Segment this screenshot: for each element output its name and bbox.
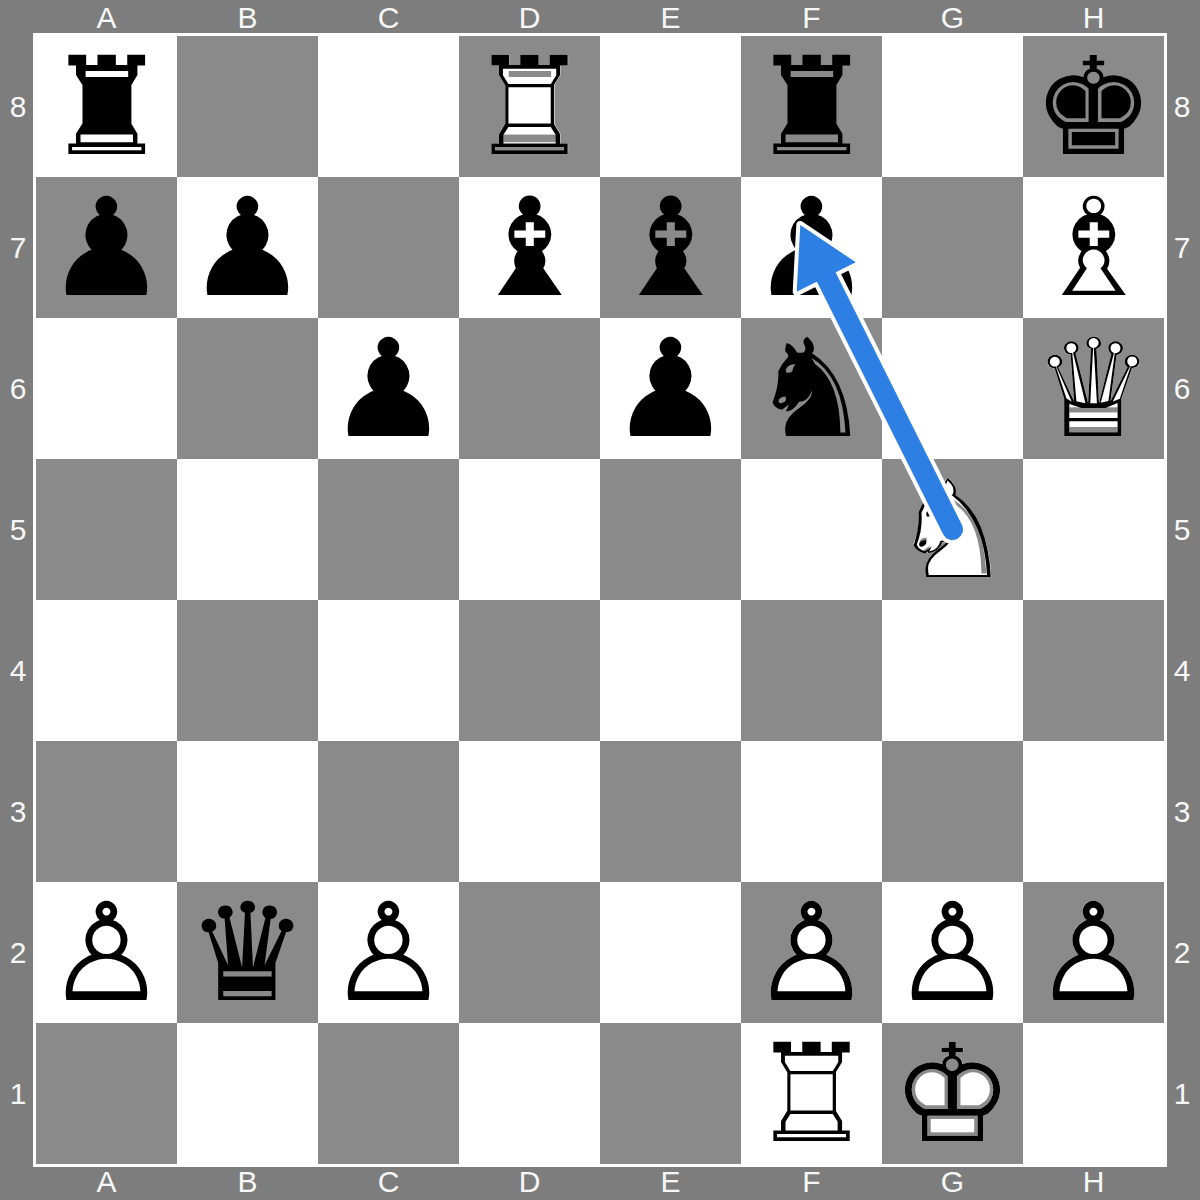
square-b2[interactable]: ♛ <box>177 882 318 1023</box>
pawn-outline-glyph: ♙ <box>46 885 168 1021</box>
square-f6[interactable]: ♞ <box>741 318 882 459</box>
square-c3[interactable] <box>318 741 459 882</box>
square-h3[interactable] <box>1023 741 1164 882</box>
file-label: D <box>459 1164 600 1200</box>
pawn-glyph: ♟ <box>610 321 732 457</box>
rank-label: 7 <box>1164 177 1200 318</box>
pawn-outline-glyph: ♙ <box>751 885 873 1021</box>
chess-board: ♜♜♖♜♚♟♟♝♝♟♝♗♟♟♞♛♕♞♘♟♙♛♟♙♟♙♟♙♟♙♜♖♚♔ <box>36 36 1164 1164</box>
file-label: B <box>177 1164 318 1200</box>
file-label: C <box>318 1164 459 1200</box>
pawn-glyph: ♟ <box>751 180 873 316</box>
square-d5[interactable] <box>459 459 600 600</box>
black-pawn[interactable]: ♟ <box>36 177 177 318</box>
white-pawn[interactable]: ♟♙ <box>882 882 1023 1023</box>
black-queen[interactable]: ♛ <box>177 882 318 1023</box>
square-e6[interactable]: ♟ <box>600 318 741 459</box>
square-g1[interactable]: ♚♔ <box>882 1023 1023 1164</box>
file-label: A <box>36 1164 177 1200</box>
square-g3[interactable] <box>882 741 1023 882</box>
square-c1[interactable] <box>318 1023 459 1164</box>
square-d7[interactable]: ♝ <box>459 177 600 318</box>
square-f5[interactable] <box>741 459 882 600</box>
square-b3[interactable] <box>177 741 318 882</box>
king-glyph: ♚ <box>1033 39 1155 175</box>
square-f1[interactable]: ♜♖ <box>741 1023 882 1164</box>
square-g6[interactable] <box>882 318 1023 459</box>
rank-label: 1 <box>0 1023 36 1164</box>
black-rook[interactable]: ♜ <box>741 36 882 177</box>
pawn-outline-glyph: ♙ <box>892 885 1014 1021</box>
queen-outline-glyph: ♕ <box>1033 321 1155 457</box>
black-knight[interactable]: ♞ <box>741 318 882 459</box>
white-rook[interactable]: ♜♖ <box>459 36 600 177</box>
square-e2[interactable] <box>600 882 741 1023</box>
square-f7[interactable]: ♟ <box>741 177 882 318</box>
rank-label: 4 <box>1164 600 1200 741</box>
white-rook[interactable]: ♜♖ <box>741 1023 882 1164</box>
black-king[interactable]: ♚ <box>1023 36 1164 177</box>
square-d1[interactable] <box>459 1023 600 1164</box>
square-a5[interactable] <box>36 459 177 600</box>
square-b7[interactable]: ♟ <box>177 177 318 318</box>
square-g8[interactable] <box>882 36 1023 177</box>
square-d3[interactable] <box>459 741 600 882</box>
square-h1[interactable] <box>1023 1023 1164 1164</box>
square-g5[interactable]: ♞♘ <box>882 459 1023 600</box>
square-f8[interactable]: ♜ <box>741 36 882 177</box>
square-h8[interactable]: ♚ <box>1023 36 1164 177</box>
rank-label: 2 <box>1164 882 1200 1023</box>
square-b1[interactable] <box>177 1023 318 1164</box>
pawn-outline-glyph: ♙ <box>328 885 450 1021</box>
rank-label: 8 <box>0 36 36 177</box>
square-c2[interactable]: ♟♙ <box>318 882 459 1023</box>
black-bishop[interactable]: ♝ <box>459 177 600 318</box>
rank-label: 8 <box>1164 36 1200 177</box>
pawn-glyph: ♟ <box>328 321 450 457</box>
pawn-glyph: ♟ <box>187 180 309 316</box>
rook-glyph: ♜ <box>46 39 168 175</box>
square-e1[interactable] <box>600 1023 741 1164</box>
square-a1[interactable] <box>36 1023 177 1164</box>
rank-label: 5 <box>0 459 36 600</box>
white-pawn[interactable]: ♟♙ <box>36 882 177 1023</box>
rank-label: 7 <box>0 177 36 318</box>
square-c6[interactable]: ♟ <box>318 318 459 459</box>
square-g4[interactable] <box>882 600 1023 741</box>
square-e5[interactable] <box>600 459 741 600</box>
square-g7[interactable] <box>882 177 1023 318</box>
square-d2[interactable] <box>459 882 600 1023</box>
square-c4[interactable] <box>318 600 459 741</box>
file-label: E <box>600 0 741 36</box>
square-h2[interactable]: ♟♙ <box>1023 882 1164 1023</box>
rank-label: 2 <box>0 882 36 1023</box>
black-pawn[interactable]: ♟ <box>318 318 459 459</box>
square-b8[interactable] <box>177 36 318 177</box>
square-h4[interactable] <box>1023 600 1164 741</box>
square-e3[interactable] <box>600 741 741 882</box>
square-a3[interactable] <box>36 741 177 882</box>
rook-outline-glyph: ♖ <box>469 39 591 175</box>
pawn-outline-glyph: ♙ <box>1033 885 1155 1021</box>
black-pawn[interactable]: ♟ <box>177 177 318 318</box>
square-a6[interactable] <box>36 318 177 459</box>
square-f4[interactable] <box>741 600 882 741</box>
square-f3[interactable] <box>741 741 882 882</box>
rank-labels-right: 8 7 6 5 4 3 2 1 <box>1164 36 1200 1164</box>
file-label: H <box>1023 1164 1164 1200</box>
white-king[interactable]: ♚♔ <box>882 1023 1023 1164</box>
rank-label: 3 <box>0 741 36 882</box>
rook-outline-glyph: ♖ <box>751 1026 873 1162</box>
square-f2[interactable]: ♟♙ <box>741 882 882 1023</box>
rank-labels-left: 8 7 6 5 4 3 2 1 <box>0 36 36 1164</box>
white-pawn[interactable]: ♟♙ <box>1023 882 1164 1023</box>
white-pawn[interactable]: ♟♙ <box>741 882 882 1023</box>
king-outline-glyph: ♔ <box>892 1026 1014 1162</box>
rank-label: 6 <box>0 318 36 459</box>
bishop-glyph: ♝ <box>610 180 732 316</box>
rank-label: 1 <box>1164 1023 1200 1164</box>
square-a7[interactable]: ♟ <box>36 177 177 318</box>
file-label: C <box>318 0 459 36</box>
queen-glyph: ♛ <box>187 885 309 1021</box>
file-label: G <box>882 0 1023 36</box>
white-bishop[interactable]: ♝♗ <box>1023 177 1164 318</box>
square-b6[interactable] <box>177 318 318 459</box>
file-label: B <box>177 0 318 36</box>
square-e4[interactable] <box>600 600 741 741</box>
rook-glyph: ♜ <box>751 39 873 175</box>
bishop-outline-glyph: ♗ <box>1033 180 1155 316</box>
rank-label: 5 <box>1164 459 1200 600</box>
rank-label: 4 <box>0 600 36 741</box>
rank-label: 6 <box>1164 318 1200 459</box>
bishop-glyph: ♝ <box>469 180 591 316</box>
square-a8[interactable]: ♜ <box>36 36 177 177</box>
square-a4[interactable] <box>36 600 177 741</box>
square-e8[interactable] <box>600 36 741 177</box>
square-b4[interactable] <box>177 600 318 741</box>
knight-outline-glyph: ♘ <box>892 462 1014 598</box>
square-a2[interactable]: ♟♙ <box>36 882 177 1023</box>
square-b5[interactable] <box>177 459 318 600</box>
square-c5[interactable] <box>318 459 459 600</box>
white-knight[interactable]: ♞♘ <box>882 459 1023 600</box>
black-bishop[interactable]: ♝ <box>600 177 741 318</box>
black-rook[interactable]: ♜ <box>36 36 177 177</box>
file-labels-top: A B C D E F G H <box>36 0 1164 36</box>
pawn-glyph: ♟ <box>46 180 168 316</box>
square-g2[interactable]: ♟♙ <box>882 882 1023 1023</box>
square-h5[interactable] <box>1023 459 1164 600</box>
square-d6[interactable] <box>459 318 600 459</box>
square-d8[interactable]: ♜♖ <box>459 36 600 177</box>
white-queen[interactable]: ♛♕ <box>1023 318 1164 459</box>
file-label: E <box>600 1164 741 1200</box>
square-e7[interactable]: ♝ <box>600 177 741 318</box>
white-pawn[interactable]: ♟♙ <box>318 882 459 1023</box>
square-c7[interactable] <box>318 177 459 318</box>
square-h6[interactable]: ♛♕ <box>1023 318 1164 459</box>
knight-glyph: ♞ <box>751 321 873 457</box>
black-pawn[interactable]: ♟ <box>741 177 882 318</box>
chess-diagram: A B C D E F G H A B C D E F G H 8 7 6 5 … <box>0 0 1200 1200</box>
square-c8[interactable] <box>318 36 459 177</box>
black-pawn[interactable]: ♟ <box>600 318 741 459</box>
square-h7[interactable]: ♝♗ <box>1023 177 1164 318</box>
square-d4[interactable] <box>459 600 600 741</box>
rank-label: 3 <box>1164 741 1200 882</box>
